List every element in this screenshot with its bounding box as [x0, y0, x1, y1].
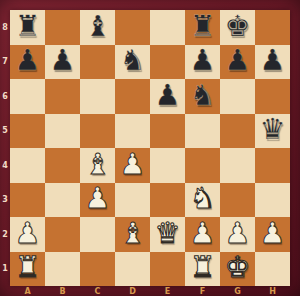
piece-white-queen: ♛︎ [155, 219, 181, 248]
square-b2[interactable] [45, 217, 80, 252]
square-h8[interactable] [255, 10, 290, 45]
square-g4[interactable] [220, 148, 255, 183]
square-c8[interactable]: ♝︎ [80, 10, 115, 45]
square-a8[interactable]: ♜︎ [10, 10, 45, 45]
rank-label-7: 7 [0, 45, 10, 80]
piece-black-pawn: ♟︎ [225, 46, 251, 75]
piece-white-rook: ♜︎ [15, 253, 41, 282]
piece-white-bishop: ♝︎ [120, 219, 146, 248]
square-b4[interactable] [45, 148, 80, 183]
piece-black-knight: ♞︎ [190, 81, 216, 110]
square-e1[interactable] [150, 252, 185, 287]
square-g2[interactable]: ♟︎ [220, 217, 255, 252]
square-a4[interactable] [10, 148, 45, 183]
square-g5[interactable] [220, 114, 255, 149]
square-f2[interactable]: ♟︎ [185, 217, 220, 252]
square-c3[interactable]: ♟︎ [80, 183, 115, 218]
piece-black-pawn: ♟︎ [155, 81, 181, 110]
piece-white-king: ♚︎ [225, 253, 251, 282]
piece-black-queen: ♛︎ [260, 115, 286, 144]
chess-diagram-frame: ♜︎♝︎♜︎♚︎♟︎♟︎♞︎♟︎♟︎♟︎♟︎♞︎♛︎♝︎♟︎♟︎♞︎♟︎♝︎♛︎… [0, 0, 300, 296]
square-g6[interactable] [220, 79, 255, 114]
square-b7[interactable]: ♟︎ [45, 45, 80, 80]
square-b8[interactable] [45, 10, 80, 45]
file-label-d: D [115, 286, 150, 296]
piece-white-knight: ♞︎ [190, 184, 216, 213]
piece-white-rook: ♜︎ [190, 253, 216, 282]
square-h6[interactable] [255, 79, 290, 114]
square-f1[interactable]: ♜︎ [185, 252, 220, 287]
piece-white-pawn: ♟︎ [260, 219, 286, 248]
square-a6[interactable] [10, 79, 45, 114]
square-c6[interactable] [80, 79, 115, 114]
square-f8[interactable]: ♜︎ [185, 10, 220, 45]
rank-label-1: 1 [0, 252, 10, 287]
piece-black-pawn: ♟︎ [260, 46, 286, 75]
square-e8[interactable] [150, 10, 185, 45]
square-e7[interactable] [150, 45, 185, 80]
square-a3[interactable] [10, 183, 45, 218]
square-b1[interactable] [45, 252, 80, 287]
square-h4[interactable] [255, 148, 290, 183]
piece-black-rook: ♜︎ [190, 12, 216, 41]
square-d5[interactable] [115, 114, 150, 149]
square-a2[interactable]: ♟︎ [10, 217, 45, 252]
square-a5[interactable] [10, 114, 45, 149]
piece-black-bishop: ♝︎ [85, 12, 111, 41]
square-g7[interactable]: ♟︎ [220, 45, 255, 80]
square-b6[interactable] [45, 79, 80, 114]
square-g8[interactable]: ♚︎ [220, 10, 255, 45]
square-e3[interactable] [150, 183, 185, 218]
square-d7[interactable]: ♞︎ [115, 45, 150, 80]
square-g1[interactable]: ♚︎ [220, 252, 255, 287]
square-f7[interactable]: ♟︎ [185, 45, 220, 80]
file-label-e: E [150, 286, 185, 296]
square-c7[interactable] [80, 45, 115, 80]
square-e5[interactable] [150, 114, 185, 149]
rank-label-2: 2 [0, 217, 10, 252]
square-d3[interactable] [115, 183, 150, 218]
square-g3[interactable] [220, 183, 255, 218]
rank-label-6: 6 [0, 79, 10, 114]
square-h2[interactable]: ♟︎ [255, 217, 290, 252]
square-b5[interactable] [45, 114, 80, 149]
square-h5[interactable]: ♛︎ [255, 114, 290, 149]
piece-black-king: ♚︎ [225, 12, 251, 41]
square-e6[interactable]: ♟︎ [150, 79, 185, 114]
piece-white-pawn: ♟︎ [15, 219, 41, 248]
file-label-f: F [185, 286, 220, 296]
piece-white-pawn: ♟︎ [85, 184, 111, 213]
square-d2[interactable]: ♝︎ [115, 217, 150, 252]
rank-label-8: 8 [0, 10, 10, 45]
piece-black-pawn: ♟︎ [190, 46, 216, 75]
square-a1[interactable]: ♜︎ [10, 252, 45, 287]
square-h1[interactable] [255, 252, 290, 287]
file-label-a: A [10, 286, 45, 296]
piece-white-bishop: ♝︎ [85, 150, 111, 179]
square-d6[interactable] [115, 79, 150, 114]
square-b3[interactable] [45, 183, 80, 218]
square-d1[interactable] [115, 252, 150, 287]
piece-white-pawn: ♟︎ [225, 219, 251, 248]
square-e2[interactable]: ♛︎ [150, 217, 185, 252]
square-d8[interactable] [115, 10, 150, 45]
rank-label-5: 5 [0, 114, 10, 149]
square-d4[interactable]: ♟︎ [115, 148, 150, 183]
square-h3[interactable] [255, 183, 290, 218]
piece-black-rook: ♜︎ [15, 12, 41, 41]
piece-black-knight: ♞︎ [120, 46, 146, 75]
square-c5[interactable] [80, 114, 115, 149]
square-c1[interactable] [80, 252, 115, 287]
piece-black-pawn: ♟︎ [15, 46, 41, 75]
square-f6[interactable]: ♞︎ [185, 79, 220, 114]
square-e4[interactable] [150, 148, 185, 183]
square-c4[interactable]: ♝︎ [80, 148, 115, 183]
file-label-b: B [45, 286, 80, 296]
square-c2[interactable] [80, 217, 115, 252]
piece-white-pawn: ♟︎ [120, 150, 146, 179]
file-label-c: C [80, 286, 115, 296]
file-label-h: H [255, 286, 290, 296]
square-a7[interactable]: ♟︎ [10, 45, 45, 80]
piece-white-pawn: ♟︎ [190, 219, 216, 248]
rank-label-3: 3 [0, 183, 10, 218]
rank-label-4: 4 [0, 148, 10, 183]
piece-black-pawn: ♟︎ [50, 46, 76, 75]
file-label-g: G [220, 286, 255, 296]
square-f4[interactable] [185, 148, 220, 183]
square-f3[interactable]: ♞︎ [185, 183, 220, 218]
board: ♜︎♝︎♜︎♚︎♟︎♟︎♞︎♟︎♟︎♟︎♟︎♞︎♛︎♝︎♟︎♟︎♞︎♟︎♝︎♛︎… [10, 10, 290, 286]
square-h7[interactable]: ♟︎ [255, 45, 290, 80]
square-f5[interactable] [185, 114, 220, 149]
